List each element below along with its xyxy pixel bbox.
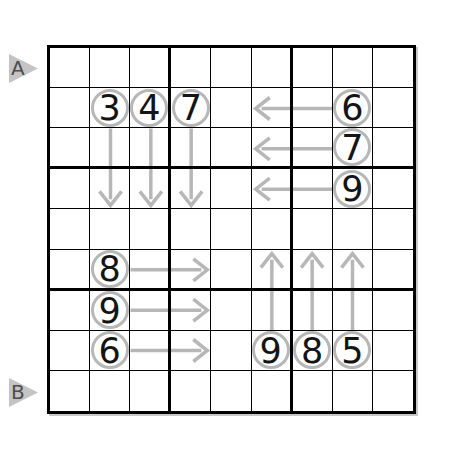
cell-r8c2[interactable]: 6 — [90, 331, 130, 371]
clue-circle: 9 — [252, 331, 290, 369]
cell-r5c2[interactable] — [90, 209, 130, 249]
cell-r3c3[interactable] — [130, 128, 171, 169]
cell-r6c4[interactable] — [171, 250, 211, 291]
clue-digit: 8 — [99, 252, 121, 287]
cell-r9c2[interactable] — [90, 371, 130, 411]
clue-circle: 5 — [333, 331, 371, 369]
clue-circle: 9 — [91, 291, 129, 329]
cell-r6c5[interactable] — [211, 250, 251, 291]
sudoku-grid: 347679896985 — [50, 48, 413, 411]
cell-r8c9[interactable] — [373, 331, 413, 371]
cell-r1c8[interactable] — [333, 48, 373, 88]
cell-r1c9[interactable] — [373, 48, 413, 88]
cell-r1c5[interactable] — [211, 48, 251, 88]
cell-r9c1[interactable] — [50, 371, 90, 411]
clue-digit: 9 — [341, 172, 363, 207]
cell-r3c9[interactable] — [373, 128, 413, 169]
clue-digit: 8 — [301, 334, 323, 369]
cell-r4c9[interactable] — [373, 169, 413, 209]
cell-r9c9[interactable] — [373, 371, 413, 411]
cell-r6c1[interactable] — [50, 250, 90, 291]
cell-r7c1[interactable] — [50, 291, 90, 331]
cell-r1c1[interactable] — [50, 48, 90, 88]
cell-r3c2[interactable] — [90, 128, 130, 169]
cell-r3c4[interactable] — [171, 128, 211, 169]
cell-r9c5[interactable] — [211, 371, 251, 411]
puzzle-page: A B 347679896985 — [0, 0, 461, 459]
cell-r3c5[interactable] — [211, 128, 251, 169]
cell-r4c5[interactable] — [211, 169, 251, 209]
clue-circle: 6 — [333, 89, 371, 127]
cell-r7c6[interactable] — [252, 291, 293, 331]
cell-r7c2[interactable]: 9 — [90, 291, 130, 331]
cell-r6c6[interactable] — [252, 250, 293, 291]
cell-r4c3[interactable] — [130, 169, 171, 209]
cell-r8c5[interactable] — [211, 331, 251, 371]
clue-circle: 8 — [293, 331, 331, 369]
clue-circle: 9 — [333, 170, 371, 208]
cell-r8c3[interactable] — [130, 331, 171, 371]
clue-digit: 7 — [180, 91, 202, 126]
clue-circle: 7 — [333, 128, 371, 166]
cell-r2c6[interactable] — [252, 88, 293, 128]
cell-r9c3[interactable] — [130, 371, 171, 411]
row-marker-b: B — [9, 378, 38, 407]
cell-r4c6[interactable] — [252, 169, 293, 209]
clue-digit: 7 — [341, 131, 363, 166]
cell-r2c9[interactable] — [373, 88, 413, 128]
cell-r7c4[interactable] — [171, 291, 211, 331]
cell-r2c4[interactable]: 7 — [171, 88, 211, 128]
clue-circle: 3 — [91, 89, 129, 127]
cell-r3c8[interactable]: 7 — [333, 128, 373, 169]
cell-r5c8[interactable] — [333, 209, 373, 249]
cell-r4c4[interactable] — [171, 169, 211, 209]
cell-r8c6[interactable]: 9 — [252, 331, 293, 371]
clue-circle: 8 — [91, 250, 129, 288]
cell-r5c1[interactable] — [50, 209, 90, 249]
clue-circle: 7 — [172, 89, 210, 127]
cell-r8c1[interactable] — [50, 331, 90, 371]
cell-r6c8[interactable] — [333, 250, 373, 291]
cell-r6c3[interactable] — [130, 250, 171, 291]
cell-r8c8[interactable]: 5 — [333, 331, 373, 371]
clue-digit: 6 — [341, 91, 363, 126]
cell-r7c7[interactable] — [293, 291, 333, 331]
cell-r5c7[interactable] — [293, 209, 333, 249]
cell-r7c9[interactable] — [373, 291, 413, 331]
cell-r5c5[interactable] — [211, 209, 251, 249]
cell-r7c3[interactable] — [130, 291, 171, 331]
cell-r6c9[interactable] — [373, 250, 413, 291]
sudoku-board: 347679896985 — [47, 45, 416, 414]
cell-r6c2[interactable]: 8 — [90, 250, 130, 291]
cell-r8c4[interactable] — [171, 331, 211, 371]
cell-r1c7[interactable] — [293, 48, 333, 88]
clue-digit: 3 — [99, 91, 121, 126]
cell-r5c6[interactable] — [252, 209, 293, 249]
cell-r2c3[interactable]: 4 — [130, 88, 171, 128]
cell-r4c7[interactable] — [293, 169, 333, 209]
clue-digit: 4 — [138, 91, 160, 126]
cell-r4c1[interactable] — [50, 169, 90, 209]
cell-r1c4[interactable] — [171, 48, 211, 88]
cell-r6c7[interactable] — [293, 250, 333, 291]
clue-digit: 9 — [259, 334, 281, 369]
clue-circle: 6 — [91, 331, 129, 369]
cell-r7c5[interactable] — [211, 291, 251, 331]
cell-r2c2[interactable]: 3 — [90, 88, 130, 128]
cell-r9c7[interactable] — [293, 371, 333, 411]
cell-r2c1[interactable] — [50, 88, 90, 128]
clue-digit: 5 — [341, 334, 363, 369]
cell-r3c1[interactable] — [50, 128, 90, 169]
cell-r5c3[interactable] — [130, 209, 171, 249]
cell-r7c8[interactable] — [333, 291, 373, 331]
cell-r3c7[interactable] — [293, 128, 333, 169]
cell-r2c7[interactable] — [293, 88, 333, 128]
cell-r1c6[interactable] — [252, 48, 293, 88]
clue-digit: 9 — [99, 294, 121, 329]
cell-r2c5[interactable] — [211, 88, 251, 128]
clue-circle: 4 — [130, 89, 168, 127]
cell-r9c4[interactable] — [171, 371, 211, 411]
cell-r4c8[interactable]: 9 — [333, 169, 373, 209]
cell-r8c7[interactable]: 8 — [293, 331, 333, 371]
row-marker-a: A — [9, 54, 38, 83]
cell-r9c8[interactable] — [333, 371, 373, 411]
cell-r1c3[interactable] — [130, 48, 171, 88]
clue-digit: 6 — [99, 334, 121, 369]
cell-r4c2[interactable] — [90, 169, 130, 209]
cell-r9c6[interactable] — [252, 371, 293, 411]
cell-r2c8[interactable]: 6 — [333, 88, 373, 128]
marker-letter-a: A — [11, 54, 25, 83]
cell-r5c9[interactable] — [373, 209, 413, 249]
cell-r1c2[interactable] — [90, 48, 130, 88]
cell-r5c4[interactable] — [171, 209, 211, 249]
marker-letter-b: B — [11, 378, 25, 407]
cell-r3c6[interactable] — [252, 128, 293, 169]
